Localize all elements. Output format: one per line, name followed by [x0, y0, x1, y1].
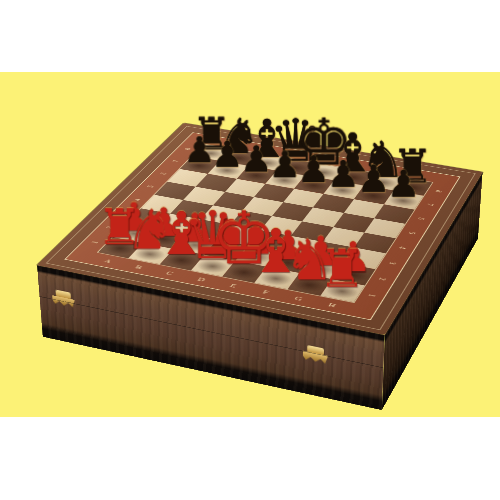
piece-glyph: ♟: [211, 137, 243, 173]
piece-glyph: ♟: [386, 166, 419, 203]
product-photo: ♜♞♝♛♚♝♞♜♟♟♟♟♟♟♟♟♟♟♟♟♟♟♟♟♜♞♝♛♚♝♞♜ ABCDEFG…: [0, 0, 500, 500]
piece-glyph: ♟: [268, 146, 301, 182]
piece-glyph: ♜: [319, 242, 366, 294]
brass-latch-right: [303, 343, 328, 365]
scene: ♜♞♝♛♚♝♞♜♟♟♟♟♟♟♟♟♟♟♟♟♟♟♟♟♜♞♝♛♚♝♞♜ ABCDEFG…: [0, 0, 500, 500]
piece-glyph: ♟: [327, 156, 360, 193]
latch-hasp-icon: [303, 351, 328, 365]
piece-glyph: ♟: [297, 151, 330, 188]
chess-box: ♜♞♝♛♚♝♞♜♟♟♟♟♟♟♟♟♟♟♟♟♟♟♟♟♜♞♝♛♚♝♞♜ ABCDEFG…: [37, 123, 483, 335]
piece-glyph: ♟: [240, 142, 272, 178]
piece-glyph: ♟: [356, 161, 389, 198]
brass-latch-left: [52, 288, 76, 309]
